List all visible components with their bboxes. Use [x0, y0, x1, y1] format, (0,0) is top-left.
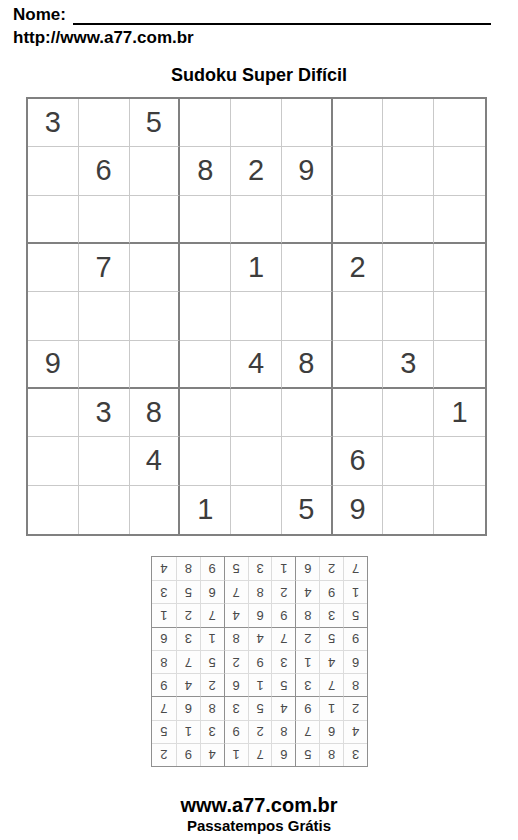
cell-r7c9[interactable]: 1	[434, 389, 485, 437]
cell-r8c3[interactable]: 4	[130, 437, 181, 485]
solution-cell-r8c9: 3	[152, 580, 176, 603]
cell-r9c6[interactable]: 5	[282, 486, 333, 534]
cell-r6c8[interactable]: 3	[383, 341, 434, 389]
solution-cell-r1c4: 6	[271, 743, 295, 766]
cell-r1c7[interactable]	[333, 99, 384, 147]
solution-cell-r4c8: 4	[175, 673, 199, 696]
cell-r5c4[interactable]	[180, 292, 231, 340]
cell-r4c5[interactable]: 1	[231, 244, 282, 292]
solution-cell-r8c4: 2	[271, 580, 295, 603]
solution-cell-r6c8: 3	[175, 627, 199, 650]
solution-cell-r9c9: 4	[152, 557, 176, 580]
solution-cell-r2c8: 1	[175, 720, 199, 743]
solution-cell-r6c9: 6	[152, 627, 176, 650]
solution-cell-r2c9: 5	[152, 720, 176, 743]
solution-cell-r6c7: 1	[199, 627, 223, 650]
footer-site: www.a77.com.br	[0, 793, 518, 817]
cell-r8c9[interactable]	[434, 437, 485, 485]
cell-r9c8[interactable]	[383, 486, 434, 534]
page-footer: www.a77.com.br Passatempos Grátis	[0, 793, 518, 835]
cell-r4c7[interactable]: 2	[333, 244, 384, 292]
solution-cell-r1c9: 2	[152, 743, 176, 766]
site-url: http://www.a77.com.br	[13, 28, 491, 48]
solution-cell-r8c8: 5	[175, 580, 199, 603]
cell-r7c5[interactable]	[231, 389, 282, 437]
cell-r8c5[interactable]	[231, 437, 282, 485]
cell-r1c2[interactable]	[79, 99, 130, 147]
solution-cell-r5c8: 7	[175, 650, 199, 673]
solution-cell-r3c5: 5	[247, 696, 271, 719]
solution-cell-r7c9: 1	[152, 603, 176, 626]
solution-cell-r3c6: 3	[223, 696, 247, 719]
solution-cell-r1c1: 3	[343, 743, 367, 766]
solution-cell-r8c7: 6	[199, 580, 223, 603]
cell-r4c6[interactable]	[282, 244, 333, 292]
solution-cell-r2c3: 7	[295, 720, 319, 743]
solution-cell-r6c4: 7	[271, 627, 295, 650]
solution-cell-r4c9: 9	[152, 673, 176, 696]
solution-cell-r9c8: 8	[175, 557, 199, 580]
solution-cell-r2c5: 2	[247, 720, 271, 743]
cell-r6c3[interactable]	[130, 341, 181, 389]
solution-cell-r1c7: 4	[199, 743, 223, 766]
cell-r7c4[interactable]	[180, 389, 231, 437]
cell-r8c2[interactable]	[79, 437, 130, 485]
cell-r9c9[interactable]	[434, 486, 485, 534]
solution-cell-r3c8: 6	[175, 696, 199, 719]
cell-r7c1[interactable]	[28, 389, 79, 437]
cell-r6c1[interactable]: 9	[28, 341, 79, 389]
cell-r1c8[interactable]	[383, 99, 434, 147]
cell-r4c1[interactable]	[28, 244, 79, 292]
solution-cell-r5c9: 8	[152, 650, 176, 673]
solution-cell-r7c2: 3	[319, 603, 343, 626]
solution-cell-r3c1: 2	[343, 696, 367, 719]
solution-cell-r9c6: 5	[223, 557, 247, 580]
solution-cell-r9c2: 2	[319, 557, 343, 580]
cell-r3c3[interactable]	[130, 196, 181, 244]
solution-cell-r9c5: 3	[247, 557, 271, 580]
solution-cell-r9c3: 6	[295, 557, 319, 580]
solution-cell-r5c4: 3	[271, 650, 295, 673]
solution-cell-r9c7: 9	[199, 557, 223, 580]
cell-r5c5[interactable]	[231, 292, 282, 340]
cell-r1c5[interactable]	[231, 99, 282, 147]
solution-cell-r7c4: 9	[271, 603, 295, 626]
cell-r8c1[interactable]	[28, 437, 79, 485]
solution-cell-r8c3: 4	[295, 580, 319, 603]
cell-r3c5[interactable]	[231, 196, 282, 244]
cell-r4c8[interactable]	[383, 244, 434, 292]
cell-r3c7[interactable]	[333, 196, 384, 244]
solution-cell-r8c6: 7	[223, 580, 247, 603]
cell-r6c7[interactable]	[333, 341, 384, 389]
footer-tagline: Passatempos Grátis	[0, 817, 518, 835]
solution-cell-r7c3: 8	[295, 603, 319, 626]
solution-cell-r9c1: 7	[343, 557, 367, 580]
solution-cell-r3c3: 9	[295, 696, 319, 719]
solution-cell-r7c1: 5	[343, 603, 367, 626]
cell-r1c3[interactable]: 5	[130, 99, 181, 147]
cell-r6c5[interactable]: 4	[231, 341, 282, 389]
cell-r6c6[interactable]: 8	[282, 341, 333, 389]
solution-cell-r2c6: 9	[223, 720, 247, 743]
cell-r5c8[interactable]	[383, 292, 434, 340]
page-title: Sudoku Super Difícil	[0, 65, 518, 86]
cell-r4c9[interactable]	[434, 244, 485, 292]
solution-grid-rotated: 3856714924678293152194538678735162496413…	[151, 556, 368, 767]
cell-r5c1[interactable]	[28, 292, 79, 340]
cell-r6c9[interactable]	[434, 341, 485, 389]
solution-cell-r8c1: 1	[343, 580, 367, 603]
cell-r2c6[interactable]: 9	[282, 147, 333, 195]
solution-cell-r9c4: 1	[271, 557, 295, 580]
cell-r3c2[interactable]	[79, 196, 130, 244]
cell-r3c8[interactable]	[383, 196, 434, 244]
cell-r6c4[interactable]	[180, 341, 231, 389]
cell-r4c2[interactable]: 7	[79, 244, 130, 292]
cell-r7c8[interactable]	[383, 389, 434, 437]
cell-r5c6[interactable]	[282, 292, 333, 340]
solution-cell-r6c1: 9	[343, 627, 367, 650]
solution-cell-r7c5: 6	[247, 603, 271, 626]
cell-r1c1[interactable]: 3	[28, 99, 79, 147]
solution-cell-r5c1: 6	[343, 650, 367, 673]
solution-cell-r2c7: 3	[199, 720, 223, 743]
cell-r8c8[interactable]	[383, 437, 434, 485]
cell-r4c4[interactable]	[180, 244, 231, 292]
cell-r3c4[interactable]	[180, 196, 231, 244]
cell-r8c7[interactable]: 6	[333, 437, 384, 485]
solution-cell-r1c8: 9	[175, 743, 199, 766]
solution-cell-r6c3: 2	[295, 627, 319, 650]
cell-r5c9[interactable]	[434, 292, 485, 340]
cell-r5c3[interactable]	[130, 292, 181, 340]
cell-r9c1[interactable]	[28, 486, 79, 534]
solution-cell-r1c2: 8	[319, 743, 343, 766]
cell-r2c3[interactable]	[130, 147, 181, 195]
name-label: Nome:	[13, 5, 66, 25]
cell-r2c7[interactable]	[333, 147, 384, 195]
solution-cell-r1c6: 1	[223, 743, 247, 766]
solution-cell-r1c5: 7	[247, 743, 271, 766]
cell-r9c3[interactable]	[130, 486, 181, 534]
cell-r9c5[interactable]	[231, 486, 282, 534]
cell-r3c1[interactable]	[28, 196, 79, 244]
solution-cell-r2c4: 8	[271, 720, 295, 743]
solution-cell-r4c5: 1	[247, 673, 271, 696]
cell-r2c5[interactable]: 2	[231, 147, 282, 195]
cell-r1c4[interactable]	[180, 99, 231, 147]
solution-cell-r7c8: 2	[175, 603, 199, 626]
cell-r2c9[interactable]	[434, 147, 485, 195]
solution-cell-r5c6: 2	[223, 650, 247, 673]
solution-cell-r6c6: 8	[223, 627, 247, 650]
name-input-line[interactable]	[73, 7, 491, 25]
cell-r8c6[interactable]	[282, 437, 333, 485]
solution-cell-r3c2: 1	[319, 696, 343, 719]
cell-r3c6[interactable]	[282, 196, 333, 244]
solution-cell-r6c2: 5	[319, 627, 343, 650]
cell-r3c9[interactable]	[434, 196, 485, 244]
sudoku-grid: 356829712948338146159	[26, 97, 487, 536]
solution-cell-r7c6: 4	[223, 603, 247, 626]
page-header: Nome: http://www.a77.com.br	[0, 0, 518, 48]
solution-cell-r5c7: 5	[199, 650, 223, 673]
solution-cell-r5c2: 4	[319, 650, 343, 673]
solution-cell-r2c2: 6	[319, 720, 343, 743]
cell-r8c4[interactable]	[180, 437, 231, 485]
cell-r7c6[interactable]	[282, 389, 333, 437]
solution-cell-r4c6: 6	[223, 673, 247, 696]
cell-r7c3[interactable]: 8	[130, 389, 181, 437]
solution-cell-r4c1: 8	[343, 673, 367, 696]
cell-r1c6[interactable]	[282, 99, 333, 147]
solution-cell-r5c5: 9	[247, 650, 271, 673]
cell-r9c7[interactable]: 9	[333, 486, 384, 534]
solution-cell-r2c1: 4	[343, 720, 367, 743]
solution-cell-r4c4: 5	[271, 673, 295, 696]
cell-r6c2[interactable]	[79, 341, 130, 389]
cell-r2c4[interactable]: 8	[180, 147, 231, 195]
solution-cell-r8c2: 9	[319, 580, 343, 603]
cell-r9c4[interactable]: 1	[180, 486, 231, 534]
solution-cell-r4c3: 3	[295, 673, 319, 696]
solution-cell-r5c3: 1	[295, 650, 319, 673]
solution-cell-r1c3: 5	[295, 743, 319, 766]
solution-cell-r8c5: 8	[247, 580, 271, 603]
cell-r2c2[interactable]: 6	[79, 147, 130, 195]
cell-r7c7[interactable]	[333, 389, 384, 437]
cell-r2c1[interactable]	[28, 147, 79, 195]
solution-cell-r3c4: 4	[271, 696, 295, 719]
solution-cell-r4c2: 7	[319, 673, 343, 696]
cell-r2c8[interactable]	[383, 147, 434, 195]
solution-cell-r3c7: 8	[199, 696, 223, 719]
solution-cell-r4c7: 2	[199, 673, 223, 696]
cell-r7c2[interactable]: 3	[79, 389, 130, 437]
solution-cell-r7c7: 7	[199, 603, 223, 626]
cell-r5c7[interactable]	[333, 292, 384, 340]
solution-cell-r6c5: 4	[247, 627, 271, 650]
cell-r9c2[interactable]	[79, 486, 130, 534]
cell-r5c2[interactable]	[79, 292, 130, 340]
cell-r1c9[interactable]	[434, 99, 485, 147]
solution-cell-r3c9: 7	[152, 696, 176, 719]
cell-r4c3[interactable]	[130, 244, 181, 292]
